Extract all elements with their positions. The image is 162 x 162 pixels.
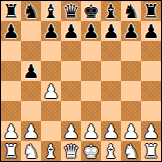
square-a3[interactable] [1,101,21,121]
square-f7[interactable]: ♟ [101,21,121,41]
black-pawn-c7[interactable]: ♟ [42,21,59,41]
square-a5[interactable] [1,61,21,81]
square-b4[interactable] [21,81,41,101]
white-bishop-f1[interactable]: ♝ [102,141,119,161]
white-rook-a1[interactable]: ♜ [2,141,19,161]
white-king-e1[interactable]: ♚ [82,141,99,161]
square-f2[interactable]: ♟ [101,121,121,141]
chess-board: ♜♞♝♛♚♝♞♜♟♟♟♟♟♟♟♟♟♟♟♟♟♟♟♟♜♞♝♛♚♝♞♜ [0,0,162,162]
square-e7[interactable]: ♟ [81,21,101,41]
square-e4[interactable] [81,81,101,101]
square-c7[interactable]: ♟ [41,21,61,41]
white-pawn-d2[interactable]: ♟ [62,121,79,141]
square-b6[interactable] [21,41,41,61]
square-d6[interactable] [61,41,81,61]
black-pawn-g7[interactable]: ♟ [122,21,139,41]
square-e1[interactable]: ♚ [81,141,101,161]
square-g3[interactable] [121,101,141,121]
square-b1[interactable]: ♞ [21,141,41,161]
white-queen-d1[interactable]: ♛ [62,141,79,161]
square-f4[interactable] [101,81,121,101]
square-f6[interactable] [101,41,121,61]
square-h5[interactable] [141,61,161,81]
black-pawn-a7[interactable]: ♟ [2,21,19,41]
square-g6[interactable] [121,41,141,61]
square-c3[interactable] [41,101,61,121]
square-c2[interactable] [41,121,61,141]
square-h1[interactable]: ♜ [141,141,161,161]
square-g5[interactable] [121,61,141,81]
square-c1[interactable]: ♝ [41,141,61,161]
square-d4[interactable] [61,81,81,101]
square-c4[interactable]: ♟ [41,81,61,101]
white-knight-g1[interactable]: ♞ [122,141,139,161]
square-c5[interactable] [41,61,61,81]
square-c6[interactable] [41,41,61,61]
black-queen-d8[interactable]: ♛ [62,1,79,21]
square-g8[interactable]: ♞ [121,1,141,21]
black-pawn-b5[interactable]: ♟ [22,61,39,81]
square-f8[interactable]: ♝ [101,1,121,21]
square-a2[interactable]: ♟ [1,121,21,141]
black-king-e8[interactable]: ♚ [82,1,99,21]
square-d3[interactable] [61,101,81,121]
square-h6[interactable] [141,41,161,61]
black-pawn-h7[interactable]: ♟ [142,21,159,41]
square-d8[interactable]: ♛ [61,1,81,21]
white-bishop-c1[interactable]: ♝ [42,141,59,161]
square-b2[interactable]: ♟ [21,121,41,141]
black-pawn-d7[interactable]: ♟ [62,21,79,41]
white-knight-b1[interactable]: ♞ [22,141,39,161]
white-pawn-c4[interactable]: ♟ [42,81,59,101]
black-knight-b8[interactable]: ♞ [22,1,39,21]
square-a8[interactable]: ♜ [1,1,21,21]
black-bishop-f8[interactable]: ♝ [102,1,119,21]
square-a7[interactable]: ♟ [1,21,21,41]
square-b5[interactable]: ♟ [21,61,41,81]
square-d2[interactable]: ♟ [61,121,81,141]
black-rook-a8[interactable]: ♜ [2,1,19,21]
square-e6[interactable] [81,41,101,61]
square-a1[interactable]: ♜ [1,141,21,161]
square-e8[interactable]: ♚ [81,1,101,21]
black-rook-h8[interactable]: ♜ [142,1,159,21]
square-a4[interactable] [1,81,21,101]
square-b7[interactable] [21,21,41,41]
white-pawn-a2[interactable]: ♟ [2,121,19,141]
white-pawn-e2[interactable]: ♟ [82,121,99,141]
square-h3[interactable] [141,101,161,121]
square-h2[interactable]: ♟ [141,121,161,141]
white-pawn-h2[interactable]: ♟ [142,121,159,141]
black-bishop-c8[interactable]: ♝ [42,1,59,21]
square-f3[interactable] [101,101,121,121]
square-h8[interactable]: ♜ [141,1,161,21]
square-g7[interactable]: ♟ [121,21,141,41]
square-a6[interactable] [1,41,21,61]
square-e2[interactable]: ♟ [81,121,101,141]
square-h4[interactable] [141,81,161,101]
square-d5[interactable] [61,61,81,81]
square-g1[interactable]: ♞ [121,141,141,161]
square-f5[interactable] [101,61,121,81]
black-knight-g8[interactable]: ♞ [122,1,139,21]
square-g4[interactable] [121,81,141,101]
square-b3[interactable] [21,101,41,121]
black-pawn-f7[interactable]: ♟ [102,21,119,41]
white-pawn-b2[interactable]: ♟ [22,121,39,141]
square-c8[interactable]: ♝ [41,1,61,21]
white-pawn-f2[interactable]: ♟ [102,121,119,141]
square-f1[interactable]: ♝ [101,141,121,161]
white-pawn-g2[interactable]: ♟ [122,121,139,141]
square-g2[interactable]: ♟ [121,121,141,141]
black-pawn-e7[interactable]: ♟ [82,21,99,41]
square-e3[interactable] [81,101,101,121]
square-d7[interactable]: ♟ [61,21,81,41]
square-b8[interactable]: ♞ [21,1,41,21]
square-e5[interactable] [81,61,101,81]
square-d1[interactable]: ♛ [61,141,81,161]
white-rook-h1[interactable]: ♜ [142,141,159,161]
square-h7[interactable]: ♟ [141,21,161,41]
